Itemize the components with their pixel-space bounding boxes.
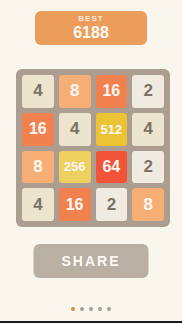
- page-dot-active[interactable]: [71, 307, 75, 311]
- page-indicator: [0, 307, 182, 311]
- tile-4: 4: [132, 113, 164, 146]
- tile-8: 8: [132, 188, 164, 221]
- best-label: BEST: [78, 15, 103, 24]
- tile-16: 16: [22, 113, 54, 146]
- tile-8: 8: [22, 151, 54, 184]
- tile-8: 8: [59, 75, 91, 108]
- app-screen: BEST 6188 481621645124825664241628 SHARE: [0, 0, 182, 323]
- tile-4: 4: [22, 188, 54, 221]
- game-board[interactable]: 481621645124825664241628: [16, 69, 170, 227]
- tile-4: 4: [22, 75, 54, 108]
- tile-512: 512: [96, 113, 128, 146]
- tile-16: 16: [59, 188, 91, 221]
- tile-256: 256: [59, 151, 91, 184]
- page-dot[interactable]: [80, 307, 84, 311]
- share-button[interactable]: SHARE: [34, 244, 149, 278]
- best-value: 6188: [73, 24, 109, 42]
- tile-2: 2: [132, 151, 164, 184]
- tile-64: 64: [96, 151, 128, 184]
- page-dot[interactable]: [89, 307, 93, 311]
- page-dot[interactable]: [98, 307, 102, 311]
- tile-2: 2: [96, 188, 128, 221]
- tile-16: 16: [96, 75, 128, 108]
- tile-2: 2: [132, 75, 164, 108]
- tile-4: 4: [59, 113, 91, 146]
- best-score-badge: BEST 6188: [35, 11, 147, 45]
- page-dot[interactable]: [107, 307, 111, 311]
